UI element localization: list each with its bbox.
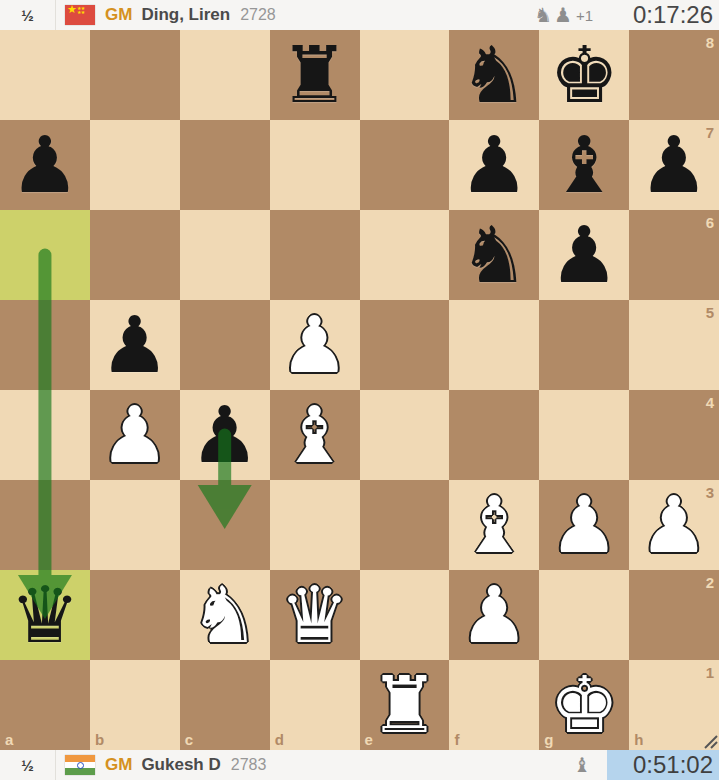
bar-divider [55, 0, 56, 30]
top-player-score: ½ [0, 7, 55, 24]
top-player-name[interactable]: Ding, Liren [141, 5, 230, 25]
piece-black-bishop-g7[interactable]: ♝ [539, 120, 629, 210]
bottom-player-score: ½ [0, 757, 55, 774]
top-player-material: ♞♟+1 [534, 5, 593, 25]
bottom-player-title: GM [105, 755, 132, 775]
chess-broadcast-widget: ½ ★ ★ ★★ ★ GM Ding, Liren 2728 ♞♟+1 0:17… [0, 0, 719, 780]
board-pieces: ♜♞♚♟♟♝♟♞♟♟♟♟♟♝♝♟♟♛♞♛♟♜♚ [0, 30, 719, 750]
top-player-clock: 0:17:26 [607, 0, 719, 30]
flag-china: ★ ★ ★★ ★ [65, 5, 95, 25]
piece-black-pawn-f7[interactable]: ♟ [449, 120, 539, 210]
piece-black-pawn-b5[interactable]: ♟ [90, 300, 180, 390]
piece-black-knight-f8[interactable]: ♞ [449, 30, 539, 120]
piece-black-pawn-c4[interactable]: ♟ [180, 390, 270, 480]
flag-chakra-icon [77, 762, 84, 769]
flag-india [65, 755, 95, 775]
piece-white-knight-c2[interactable]: ♞ [180, 570, 270, 660]
piece-black-pawn-g6[interactable]: ♟ [539, 210, 629, 300]
bottom-player-rating: 2783 [231, 756, 267, 774]
piece-black-pawn-a7[interactable]: ♟ [0, 120, 90, 210]
piece-black-queen-a2[interactable]: ♛ [0, 570, 90, 660]
bishop-icon: ♝ [573, 755, 591, 775]
flag-green-stripe [65, 768, 95, 775]
piece-white-pawn-h3[interactable]: ♟ [629, 480, 719, 570]
piece-white-pawn-d5[interactable]: ♟ [270, 300, 360, 390]
piece-white-queen-d2[interactable]: ♛ [270, 570, 360, 660]
flag-star-icon: ★ [67, 4, 77, 15]
piece-white-bishop-d4[interactable]: ♝ [270, 390, 360, 480]
bottom-player-bar: ½ GM Gukesh D 2783 ♝ 0:51:02 [0, 750, 719, 780]
material-advantage: +1 [576, 7, 593, 24]
piece-black-rook-d8[interactable]: ♜ [270, 30, 360, 120]
chess-board[interactable]: ♜♞♚♟♟♝♟♞♟♟♟♟♟♝♝♟♟♛♞♛♟♜♚ abcdefgh87654321 [0, 30, 719, 750]
bottom-player-name[interactable]: Gukesh D [141, 755, 220, 775]
piece-white-rook-e1[interactable]: ♜ [360, 660, 450, 750]
piece-black-king-g8[interactable]: ♚ [539, 30, 629, 120]
bar-divider [55, 750, 56, 780]
piece-white-bishop-f3[interactable]: ♝ [449, 480, 539, 570]
top-player-title: GM [105, 5, 132, 25]
top-player-bar: ½ ★ ★ ★★ ★ GM Ding, Liren 2728 ♞♟+1 0:17… [0, 0, 719, 30]
bottom-player-clock: 0:51:02 [607, 750, 719, 780]
top-player-rating: 2728 [240, 6, 276, 24]
piece-white-king-g1[interactable]: ♚ [539, 660, 629, 750]
piece-white-pawn-b4[interactable]: ♟ [90, 390, 180, 480]
piece-black-knight-f6[interactable]: ♞ [449, 210, 539, 300]
bottom-player-material: ♝ [573, 755, 593, 775]
flag-small-stars-icon: ★ ★★ ★ [77, 6, 85, 14]
piece-white-pawn-f2[interactable]: ♟ [449, 570, 539, 660]
pawn-icon: ♟ [554, 5, 572, 25]
piece-black-pawn-h7[interactable]: ♟ [629, 120, 719, 210]
piece-white-pawn-g3[interactable]: ♟ [539, 480, 629, 570]
knight-icon: ♞ [534, 5, 552, 25]
board-resize-handle[interactable] [700, 731, 718, 749]
flag-saffron-stripe [65, 755, 95, 762]
